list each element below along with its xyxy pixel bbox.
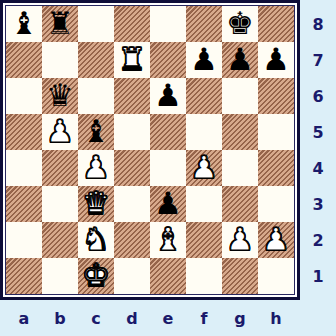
square-b4[interactable] — [42, 150, 78, 186]
square-f1[interactable] — [186, 258, 222, 294]
square-e1[interactable] — [150, 258, 186, 294]
square-f8[interactable] — [186, 6, 222, 42]
piece-black-P-e3: ♟ — [150, 186, 186, 222]
square-h4[interactable] — [258, 150, 294, 186]
piece-white-P-h2: ♟ — [258, 222, 294, 258]
square-g2[interactable]: ♟ — [222, 222, 258, 258]
rank-label-6: 6 — [300, 78, 336, 114]
square-c3[interactable]: ♛ — [78, 186, 114, 222]
square-c5[interactable]: ♝ — [78, 114, 114, 150]
square-b2[interactable] — [42, 222, 78, 258]
rank-label-5: 5 — [300, 114, 336, 150]
square-b7[interactable] — [42, 42, 78, 78]
file-label-b: b — [42, 300, 78, 336]
file-labels: a b c d e f g h — [6, 300, 294, 336]
square-c1[interactable]: ♚ — [78, 258, 114, 294]
square-g3[interactable] — [222, 186, 258, 222]
square-c4[interactable]: ♟ — [78, 150, 114, 186]
file-label-d: d — [114, 300, 150, 336]
piece-white-P-b5: ♟ — [42, 114, 78, 150]
square-h5[interactable] — [258, 114, 294, 150]
square-a8[interactable]: ♝ — [6, 6, 42, 42]
square-h7[interactable]: ♟ — [258, 42, 294, 78]
square-d2[interactable] — [114, 222, 150, 258]
file-label-c: c — [78, 300, 114, 336]
piece-white-P-c4: ♟ — [78, 150, 114, 186]
square-a2[interactable] — [6, 222, 42, 258]
square-e6[interactable]: ♟ — [150, 78, 186, 114]
piece-black-K-g8: ♚ — [222, 6, 258, 42]
square-a4[interactable] — [6, 150, 42, 186]
piece-black-P-f7: ♟ — [186, 42, 222, 78]
square-f5[interactable] — [186, 114, 222, 150]
rank-label-3: 3 — [300, 186, 336, 222]
piece-white-B-e2: ♝ — [150, 222, 186, 258]
rank-label-4: 4 — [300, 150, 336, 186]
square-f7[interactable]: ♟ — [186, 42, 222, 78]
square-c7[interactable] — [78, 42, 114, 78]
file-label-f: f — [186, 300, 222, 336]
piece-black-P-h7: ♟ — [258, 42, 294, 78]
square-g4[interactable] — [222, 150, 258, 186]
square-e3[interactable]: ♟ — [150, 186, 186, 222]
board-frame: ♝♜♚♜♟♟♟♛♟♟♝♟♟♛♟♞♝♟♟♚ — [0, 0, 300, 300]
piece-black-B-c5: ♝ — [78, 114, 114, 150]
square-d7[interactable]: ♜ — [114, 42, 150, 78]
square-h6[interactable] — [258, 78, 294, 114]
square-f2[interactable] — [186, 222, 222, 258]
piece-white-N-c2: ♞ — [78, 222, 114, 258]
file-label-a: a — [6, 300, 42, 336]
piece-white-R-d7: ♜ — [114, 42, 150, 78]
square-g7[interactable]: ♟ — [222, 42, 258, 78]
square-f4[interactable]: ♟ — [186, 150, 222, 186]
square-c6[interactable] — [78, 78, 114, 114]
square-a3[interactable] — [6, 186, 42, 222]
square-e4[interactable] — [150, 150, 186, 186]
square-h3[interactable] — [258, 186, 294, 222]
rank-label-1: 1 — [300, 258, 336, 294]
piece-white-Q-c3: ♛ — [78, 186, 114, 222]
square-d3[interactable] — [114, 186, 150, 222]
rank-label-2: 2 — [300, 222, 336, 258]
square-c2[interactable]: ♞ — [78, 222, 114, 258]
chess-diagram-page: ♝♜♚♜♟♟♟♛♟♟♝♟♟♛♟♞♝♟♟♚ 8 7 6 5 4 3 2 1 a b… — [0, 0, 336, 336]
square-e7[interactable] — [150, 42, 186, 78]
square-f3[interactable] — [186, 186, 222, 222]
piece-black-P-e6: ♟ — [150, 78, 186, 114]
square-d6[interactable] — [114, 78, 150, 114]
square-d4[interactable] — [114, 150, 150, 186]
piece-black-Q-b6: ♛ — [42, 78, 78, 114]
rank-label-8: 8 — [300, 6, 336, 42]
square-b8[interactable]: ♜ — [42, 6, 78, 42]
square-b3[interactable] — [42, 186, 78, 222]
square-a1[interactable] — [6, 258, 42, 294]
piece-black-R-b8: ♜ — [42, 6, 78, 42]
board-inner-border: ♝♜♚♜♟♟♟♛♟♟♝♟♟♛♟♞♝♟♟♚ — [5, 5, 295, 295]
piece-black-P-g7: ♟ — [222, 42, 258, 78]
file-label-e: e — [150, 300, 186, 336]
square-d5[interactable] — [114, 114, 150, 150]
piece-white-P-g2: ♟ — [222, 222, 258, 258]
square-b5[interactable]: ♟ — [42, 114, 78, 150]
square-e8[interactable] — [150, 6, 186, 42]
square-h1[interactable] — [258, 258, 294, 294]
file-label-g: g — [222, 300, 258, 336]
square-d8[interactable] — [114, 6, 150, 42]
file-label-h: h — [258, 300, 294, 336]
piece-black-B-a8: ♝ — [6, 6, 42, 42]
piece-white-K-c1: ♚ — [78, 258, 114, 294]
rank-labels: 8 7 6 5 4 3 2 1 — [300, 6, 336, 294]
square-g5[interactable] — [222, 114, 258, 150]
square-f6[interactable] — [186, 78, 222, 114]
piece-white-P-f4: ♟ — [186, 150, 222, 186]
square-a6[interactable] — [6, 78, 42, 114]
square-b1[interactable] — [42, 258, 78, 294]
square-b6[interactable]: ♛ — [42, 78, 78, 114]
square-d1[interactable] — [114, 258, 150, 294]
square-a7[interactable] — [6, 42, 42, 78]
square-e5[interactable] — [150, 114, 186, 150]
square-h8[interactable] — [258, 6, 294, 42]
square-a5[interactable] — [6, 114, 42, 150]
square-e2[interactable]: ♝ — [150, 222, 186, 258]
rank-label-7: 7 — [300, 42, 336, 78]
square-h2[interactable]: ♟ — [258, 222, 294, 258]
square-g6[interactable] — [222, 78, 258, 114]
board: ♝♜♚♜♟♟♟♛♟♟♝♟♟♛♟♞♝♟♟♚ — [6, 6, 294, 294]
square-g8[interactable]: ♚ — [222, 6, 258, 42]
square-g1[interactable] — [222, 258, 258, 294]
square-c8[interactable] — [78, 6, 114, 42]
